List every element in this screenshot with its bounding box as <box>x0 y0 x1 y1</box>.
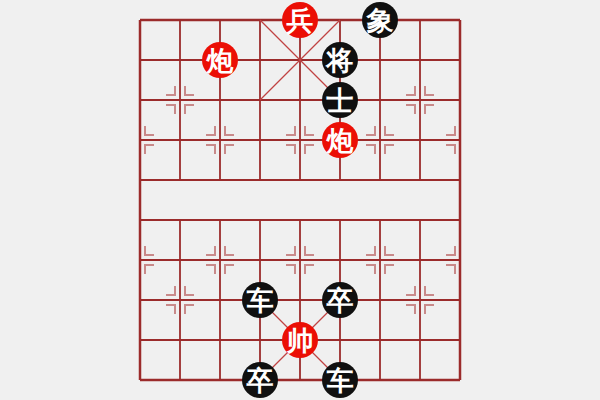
piece-red-soldier[interactable]: 兵 <box>282 2 318 38</box>
piece-black-advisor[interactable]: 士 <box>322 82 358 118</box>
piece-black-soldier-lower[interactable]: 卒 <box>242 362 278 398</box>
piece-red-general[interactable]: 帅 <box>282 322 318 358</box>
piece-red-cannon-center[interactable]: 炮 <box>322 122 358 158</box>
piece-black-chariot-lower[interactable]: 车 <box>322 362 358 398</box>
xiangqi-app: 兵象炮将士炮车卒帅卒车 <box>0 0 600 400</box>
piece-black-soldier-upper[interactable]: 卒 <box>322 282 358 318</box>
piece-black-chariot-upper[interactable]: 车 <box>242 282 278 318</box>
piece-black-elephant[interactable]: 象 <box>362 2 398 38</box>
piece-red-cannon-left[interactable]: 炮 <box>202 42 238 78</box>
pieces-layer: 兵象炮将士炮车卒帅卒车 <box>120 0 480 400</box>
piece-black-general[interactable]: 将 <box>322 42 358 78</box>
